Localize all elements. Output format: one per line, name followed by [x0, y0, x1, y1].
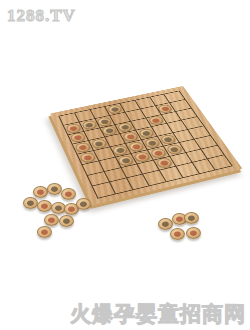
disc-stamp: ● [68, 205, 76, 212]
disc-stamp: ● [99, 118, 110, 125]
disc-stamp: ● [168, 145, 180, 153]
game-board: ●●●●●●●●●●●●●●●●●●●●●●● [50, 86, 243, 205]
disc-stamp: ● [190, 229, 198, 236]
black-stamp-disc: ● [59, 215, 74, 227]
disc-stamp: ● [55, 204, 63, 211]
red-stamp-disc: ● [186, 227, 201, 239]
black-stamp-disc: ● [184, 212, 199, 224]
disc-stamp: ● [130, 142, 142, 150]
disc-stamp: ● [162, 135, 174, 143]
watermark-logo: 1288.TV [7, 6, 76, 26]
disc-stamp: ● [162, 220, 170, 227]
disc-stamp: ● [140, 129, 152, 136]
red-stamp-disc: ● [33, 186, 48, 198]
disc-stamp: ● [174, 230, 182, 237]
disc-stamp: ● [114, 146, 126, 154]
disc-stamp: ● [51, 185, 59, 192]
disc-stamp: ● [41, 202, 49, 209]
disc-stamp: ● [176, 215, 184, 222]
disc-stamp: ● [77, 143, 88, 151]
black-stamp-disc: ● [23, 197, 38, 209]
disc-stamp: ● [93, 140, 104, 148]
disc-stamp: ● [109, 106, 120, 113]
disc-stamp: ● [159, 105, 170, 112]
product-photo: ●●●●●●●●●●●●●●●●●●●●●●● ●●●●●●●●●●●●●●●● [0, 0, 250, 330]
red-stamp-disc: ● [170, 228, 185, 240]
disc-stamp: ● [125, 133, 136, 141]
disc-stamp: ● [80, 200, 88, 207]
disc-stamp: ● [41, 228, 49, 235]
disc-stamp: ● [188, 214, 196, 221]
board-grid: ●●●●●●●●●●●●●●●●●●●●●●● [58, 91, 233, 199]
black-stamp-disc: ● [76, 198, 91, 210]
disc-stamp: ● [136, 152, 148, 160]
disc-stamp: ● [72, 134, 83, 142]
red-stamp-disc: ● [37, 226, 52, 238]
watermark-site-name: 火爆孕婴童招商网 [70, 300, 246, 328]
red-stamp-disc: ● [44, 214, 59, 226]
disc-stamp: ● [48, 216, 56, 223]
disc-stamp: ● [63, 217, 71, 224]
red-stamp-disc: ● [37, 200, 52, 212]
disc-stamp: ● [82, 153, 94, 161]
disc-stamp: ● [27, 199, 35, 206]
disc-stamp: ● [119, 123, 130, 130]
disc-stamp: ● [152, 149, 164, 157]
disc-stamp: ● [146, 139, 158, 147]
disc-stamp: ● [37, 188, 45, 195]
disc-stamp: ● [68, 124, 79, 131]
black-stamp-disc: ● [158, 218, 173, 230]
disc-stamp: ● [120, 156, 132, 164]
disc-stamp: ● [65, 190, 73, 197]
disc-stamp: ● [83, 121, 94, 128]
disc-stamp: ● [158, 159, 170, 167]
disc-stamp: ● [104, 127, 115, 134]
disc-stamp: ● [150, 117, 161, 124]
black-stamp-disc: ● [47, 183, 62, 195]
red-stamp-disc: ● [61, 188, 76, 200]
